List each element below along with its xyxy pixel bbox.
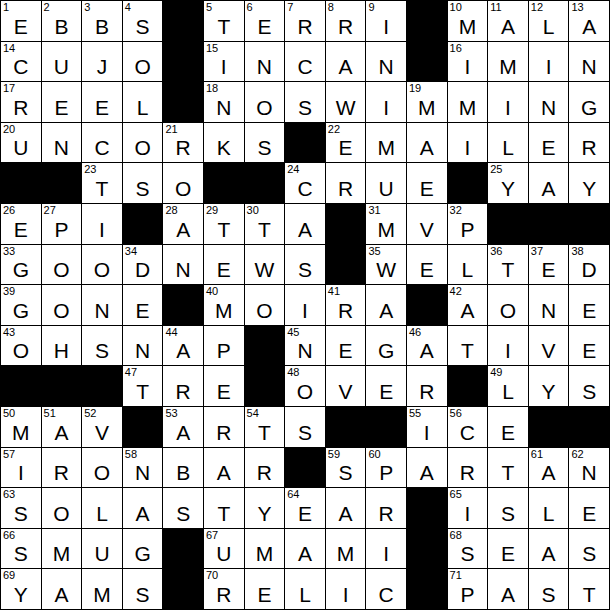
- cell-number: 68: [450, 529, 462, 542]
- cell-r4c13[interactable]: A: [529, 163, 569, 203]
- cell-letter: T: [123, 381, 163, 402]
- cell-r12c2[interactable]: L: [82, 488, 122, 528]
- cell-r5c7[interactable]: A: [285, 204, 325, 244]
- cell-r2c12[interactable]: I: [488, 82, 528, 122]
- cell-r3c14[interactable]: R: [569, 123, 609, 163]
- cell-r5c2[interactable]: I: [82, 204, 122, 244]
- cell-letter: S: [82, 340, 122, 361]
- cell-r12c1[interactable]: O: [42, 488, 82, 528]
- cell-letter: M: [448, 97, 488, 118]
- cell-letter: E: [245, 16, 285, 37]
- cell-r13c12[interactable]: E: [488, 529, 528, 569]
- cell-letter: C: [1, 56, 41, 77]
- cell-r2c3[interactable]: L: [123, 82, 163, 122]
- cell-letter: A: [204, 462, 244, 483]
- block-r10c3: [123, 407, 163, 447]
- cell-letter: Y: [488, 178, 528, 199]
- cell-r14c7[interactable]: L: [285, 569, 325, 609]
- cell-r2c1[interactable]: E: [42, 82, 82, 122]
- cell-number: 8: [328, 1, 334, 14]
- cell-r6c12[interactable]: 36T: [488, 245, 528, 285]
- block-r9c0: [1, 366, 41, 406]
- cell-number: 50: [3, 407, 15, 420]
- cell-r11c1[interactable]: R: [42, 448, 82, 488]
- cell-r8c0[interactable]: 43O: [1, 326, 41, 366]
- cell-r8c11[interactable]: T: [448, 326, 488, 366]
- cell-r6c4[interactable]: N: [163, 245, 203, 285]
- cell-letter: S: [285, 422, 325, 443]
- cell-letter: A: [326, 56, 366, 77]
- cell-letter: T: [245, 422, 285, 443]
- cell-r7c9[interactable]: A: [366, 285, 406, 325]
- cell-number: 38: [571, 245, 583, 258]
- cell-letter: O: [245, 300, 285, 321]
- cell-r13c2[interactable]: U: [82, 529, 122, 569]
- cell-letter: P: [42, 219, 82, 240]
- cell-letter: S: [245, 137, 285, 158]
- cell-r7c3[interactable]: E: [123, 285, 163, 325]
- cell-r6c7[interactable]: S: [285, 245, 325, 285]
- cell-letter: I: [448, 137, 488, 158]
- cell-letter: E: [123, 300, 163, 321]
- cell-number: 30: [247, 204, 259, 217]
- cell-r8c5[interactable]: P: [204, 326, 244, 366]
- cell-r0c12[interactable]: 11A: [488, 1, 528, 41]
- cell-r1c12[interactable]: M: [488, 42, 528, 82]
- cell-r8c8[interactable]: E: [326, 326, 366, 366]
- cell-letter: M: [488, 56, 528, 77]
- cell-letter: V: [82, 422, 122, 443]
- cell-r12c9[interactable]: R: [366, 488, 406, 528]
- cell-r2c7[interactable]: S: [285, 82, 325, 122]
- cell-r0c6[interactable]: 6E: [245, 1, 285, 41]
- cell-r13c1[interactable]: M: [42, 529, 82, 569]
- cell-letter: A: [488, 16, 528, 37]
- cell-r1c1[interactable]: U: [42, 42, 82, 82]
- cell-r10c6[interactable]: 54T: [245, 407, 285, 447]
- cell-r11c3[interactable]: 58N: [123, 448, 163, 488]
- cell-r9c3[interactable]: 47T: [123, 366, 163, 406]
- cell-r7c8[interactable]: 41R: [326, 285, 366, 325]
- block-r7c10: [407, 285, 447, 325]
- cell-r6c13[interactable]: 37E: [529, 245, 569, 285]
- cell-r7c6[interactable]: O: [245, 285, 285, 325]
- block-r0c10: [407, 1, 447, 41]
- cell-r11c8[interactable]: 59S: [326, 448, 366, 488]
- cell-number: 51: [44, 407, 56, 420]
- cell-letter: A: [407, 462, 447, 483]
- cell-number: 24: [287, 163, 299, 176]
- cell-r1c6[interactable]: N: [245, 42, 285, 82]
- cell-r6c1[interactable]: O: [42, 245, 82, 285]
- cell-letter: R: [204, 584, 244, 605]
- cell-r0c1[interactable]: 2B: [42, 1, 82, 41]
- block-r10c13: [529, 407, 569, 447]
- cell-letter: A: [569, 16, 609, 37]
- cell-r0c2[interactable]: 3B: [82, 1, 122, 41]
- cell-letter: A: [366, 300, 406, 321]
- cell-r14c11[interactable]: 71P: [448, 569, 488, 609]
- cell-r1c0[interactable]: 14C: [1, 42, 41, 82]
- cell-r12c12[interactable]: S: [488, 488, 528, 528]
- cell-r5c5[interactable]: 29T: [204, 204, 244, 244]
- cell-number: 1: [3, 1, 9, 14]
- cell-r10c4[interactable]: 53A: [163, 407, 203, 447]
- cell-r14c14[interactable]: T: [569, 569, 609, 609]
- cell-r7c1[interactable]: O: [42, 285, 82, 325]
- cell-r11c2[interactable]: O: [82, 448, 122, 488]
- cell-letter: N: [569, 462, 609, 483]
- cell-r11c10[interactable]: A: [407, 448, 447, 488]
- cell-r13c13[interactable]: A: [529, 529, 569, 569]
- cell-r11c4[interactable]: B: [163, 448, 203, 488]
- cell-r6c3[interactable]: 34D: [123, 245, 163, 285]
- cell-number: 61: [531, 448, 543, 461]
- cell-r12c13[interactable]: L: [529, 488, 569, 528]
- cell-r5c11[interactable]: 32P: [448, 204, 488, 244]
- cell-r12c11[interactable]: 65I: [448, 488, 488, 528]
- cell-r11c11[interactable]: R: [448, 448, 488, 488]
- cell-r2c13[interactable]: N: [529, 82, 569, 122]
- cell-letter: O: [82, 259, 122, 280]
- cell-r2c14[interactable]: G: [569, 82, 609, 122]
- cell-letter: D: [569, 259, 609, 280]
- cell-r14c2[interactable]: M: [82, 569, 122, 609]
- cell-r10c0[interactable]: 50M: [1, 407, 41, 447]
- cell-r4c12[interactable]: 25Y: [488, 163, 528, 203]
- cell-r1c5[interactable]: 15I: [204, 42, 244, 82]
- block-r9c6: [245, 366, 285, 406]
- block-r10c14: [569, 407, 609, 447]
- cell-letter: S: [285, 259, 325, 280]
- cell-r4c4[interactable]: O: [163, 163, 203, 203]
- cell-r13c5[interactable]: 67U: [204, 529, 244, 569]
- cell-number: 22: [328, 123, 340, 136]
- cell-r2c8[interactable]: W: [326, 82, 366, 122]
- cell-r8c10[interactable]: 46A: [407, 326, 447, 366]
- cell-r1c2[interactable]: J: [82, 42, 122, 82]
- cell-r3c2[interactable]: C: [82, 123, 122, 163]
- cell-number: 10: [450, 1, 462, 14]
- cell-r8c7[interactable]: 45N: [285, 326, 325, 366]
- cell-r8c3[interactable]: N: [123, 326, 163, 366]
- cell-r3c6[interactable]: S: [245, 123, 285, 163]
- block-r11c7: [285, 448, 325, 488]
- cell-r1c14[interactable]: N: [569, 42, 609, 82]
- cell-letter: M: [326, 543, 366, 564]
- cell-r9c10[interactable]: R: [407, 366, 447, 406]
- cell-r2c2[interactable]: E: [82, 82, 122, 122]
- cell-r4c2[interactable]: 23T: [82, 163, 122, 203]
- cell-r5c6[interactable]: 30T: [245, 204, 285, 244]
- block-r1c4: [163, 42, 203, 82]
- cell-r10c5[interactable]: R: [204, 407, 244, 447]
- cell-r14c13[interactable]: S: [529, 569, 569, 609]
- cell-letter: M: [82, 584, 122, 605]
- cell-r4c8[interactable]: R: [326, 163, 366, 203]
- cell-r14c0[interactable]: 69Y: [1, 569, 41, 609]
- cell-r12c7[interactable]: 64E: [285, 488, 325, 528]
- cell-letter: O: [245, 97, 285, 118]
- cell-number: 40: [206, 285, 218, 298]
- cell-letter: P: [204, 340, 244, 361]
- cell-letter: I: [407, 422, 447, 443]
- cell-r13c6[interactable]: M: [245, 529, 285, 569]
- cell-r9c14[interactable]: S: [569, 366, 609, 406]
- cell-r7c0[interactable]: 39G: [1, 285, 41, 325]
- cell-r5c4[interactable]: 28A: [163, 204, 203, 244]
- cell-r11c14[interactable]: 62N: [569, 448, 609, 488]
- cell-r7c5[interactable]: 40M: [204, 285, 244, 325]
- cell-letter: V: [326, 381, 366, 402]
- cell-number: 69: [3, 569, 15, 582]
- cell-r5c1[interactable]: 27P: [42, 204, 82, 244]
- cell-r3c3[interactable]: O: [123, 123, 163, 163]
- cell-r0c9[interactable]: 9I: [366, 1, 406, 41]
- cell-r11c9[interactable]: 60P: [366, 448, 406, 488]
- cell-r8c4[interactable]: 44A: [163, 326, 203, 366]
- cell-letter: A: [42, 422, 82, 443]
- cell-r2c9[interactable]: I: [366, 82, 406, 122]
- cell-letter: I: [488, 340, 528, 361]
- cell-r5c10[interactable]: V: [407, 204, 447, 244]
- cell-r3c8[interactable]: 22E: [326, 123, 366, 163]
- cell-letter: P: [448, 584, 488, 605]
- cell-letter: L: [448, 259, 488, 280]
- cell-r1c11[interactable]: 16I: [448, 42, 488, 82]
- cell-r11c12[interactable]: T: [488, 448, 528, 488]
- cell-letter: N: [529, 300, 569, 321]
- cell-number: 36: [490, 245, 502, 258]
- cell-r7c2[interactable]: N: [82, 285, 122, 325]
- cell-letter: E: [569, 300, 609, 321]
- cell-r6c11[interactable]: L: [448, 245, 488, 285]
- block-r5c12: [488, 204, 528, 244]
- cell-r14c6[interactable]: E: [245, 569, 285, 609]
- cell-r14c12[interactable]: A: [488, 569, 528, 609]
- cell-letter: I: [326, 584, 366, 605]
- cell-r1c9[interactable]: N: [366, 42, 406, 82]
- cell-r0c3[interactable]: 4S: [123, 1, 163, 41]
- cell-r14c1[interactable]: A: [42, 569, 82, 609]
- cell-letter: A: [326, 503, 366, 524]
- cell-number: 63: [3, 488, 15, 501]
- cell-letter: C: [285, 178, 325, 199]
- cell-r3c10[interactable]: A: [407, 123, 447, 163]
- cell-number: 31: [368, 204, 380, 217]
- cell-r3c9[interactable]: M: [366, 123, 406, 163]
- cell-r10c11[interactable]: 56C: [448, 407, 488, 447]
- cell-letter: Y: [1, 584, 41, 605]
- cell-r12c0[interactable]: 63S: [1, 488, 41, 528]
- cell-r2c11[interactable]: M: [448, 82, 488, 122]
- cell-letter: E: [245, 584, 285, 605]
- cell-r0c8[interactable]: 8R: [326, 1, 366, 41]
- cell-r14c9[interactable]: C: [366, 569, 406, 609]
- cell-r3c11[interactable]: I: [448, 123, 488, 163]
- cell-r1c8[interactable]: A: [326, 42, 366, 82]
- cell-r1c3[interactable]: O: [123, 42, 163, 82]
- cell-r8c14[interactable]: E: [569, 326, 609, 366]
- cell-letter: R: [326, 178, 366, 199]
- cell-number: 43: [3, 326, 15, 339]
- cell-letter: S: [285, 97, 325, 118]
- cell-number: 27: [44, 204, 56, 217]
- cell-letter: H: [42, 340, 82, 361]
- cell-letter: E: [569, 340, 609, 361]
- cell-number: 2: [44, 1, 50, 14]
- cell-r7c14[interactable]: E: [569, 285, 609, 325]
- cell-letter: I: [448, 56, 488, 77]
- cell-r9c5[interactable]: E: [204, 366, 244, 406]
- cell-letter: W: [245, 259, 285, 280]
- cell-number: 57: [3, 448, 15, 461]
- cell-r14c8[interactable]: I: [326, 569, 366, 609]
- cell-r3c4[interactable]: 21R: [163, 123, 203, 163]
- cell-r13c3[interactable]: G: [123, 529, 163, 569]
- cell-r14c5[interactable]: 70R: [204, 569, 244, 609]
- cell-r2c0[interactable]: 17R: [1, 82, 41, 122]
- cell-r6c10[interactable]: E: [407, 245, 447, 285]
- cell-r5c9[interactable]: 31M: [366, 204, 406, 244]
- cell-r4c10[interactable]: E: [407, 163, 447, 203]
- cell-r9c8[interactable]: V: [326, 366, 366, 406]
- cell-r12c8[interactable]: A: [326, 488, 366, 528]
- cell-r9c12[interactable]: 49L: [488, 366, 528, 406]
- cell-letter: P: [366, 462, 406, 483]
- cell-r6c6[interactable]: W: [245, 245, 285, 285]
- cell-r9c9[interactable]: E: [366, 366, 406, 406]
- cell-r9c7[interactable]: 48O: [285, 366, 325, 406]
- cell-r9c13[interactable]: Y: [529, 366, 569, 406]
- cell-r0c13[interactable]: 12L: [529, 1, 569, 41]
- cell-letter: I: [82, 219, 122, 240]
- cell-letter: R: [285, 16, 325, 37]
- cell-r0c11[interactable]: 10M: [448, 1, 488, 41]
- cell-r3c5[interactable]: K: [204, 123, 244, 163]
- cell-r2c5[interactable]: 18N: [204, 82, 244, 122]
- crossword-grid: 1E2B3B4S5T6E7R8R9I10M11A12L13A14CUJO15IN…: [0, 0, 610, 610]
- cell-r13c9[interactable]: I: [366, 529, 406, 569]
- cell-letter: G: [1, 300, 41, 321]
- cell-r0c5[interactable]: 5T: [204, 1, 244, 41]
- cell-letter: B: [82, 16, 122, 37]
- cell-letter: R: [42, 462, 82, 483]
- cell-r6c0[interactable]: 33G: [1, 245, 41, 285]
- cell-r11c6[interactable]: R: [245, 448, 285, 488]
- cell-r10c10[interactable]: 55I: [407, 407, 447, 447]
- cell-r11c13[interactable]: 61A: [529, 448, 569, 488]
- cell-r13c14[interactable]: S: [569, 529, 609, 569]
- cell-letter: N: [366, 56, 406, 77]
- block-r1c10: [407, 42, 447, 82]
- cell-letter: Y: [569, 178, 609, 199]
- cell-r1c13[interactable]: I: [529, 42, 569, 82]
- cell-r7c13[interactable]: N: [529, 285, 569, 325]
- cell-letter: N: [569, 56, 609, 77]
- cell-r8c13[interactable]: V: [529, 326, 569, 366]
- block-r13c10: [407, 529, 447, 569]
- cell-letter: O: [123, 137, 163, 158]
- cell-r8c9[interactable]: G: [366, 326, 406, 366]
- cell-letter: D: [123, 259, 163, 280]
- cell-number: 55: [409, 407, 421, 420]
- cell-r12c3[interactable]: A: [123, 488, 163, 528]
- block-r5c3: [123, 204, 163, 244]
- cell-r6c9[interactable]: 35W: [366, 245, 406, 285]
- cell-r10c2[interactable]: 52V: [82, 407, 122, 447]
- cell-r12c4[interactable]: S: [163, 488, 203, 528]
- cell-r8c1[interactable]: H: [42, 326, 82, 366]
- cell-letter: I: [488, 97, 528, 118]
- cell-letter: R: [326, 16, 366, 37]
- cell-r14c3[interactable]: S: [123, 569, 163, 609]
- cell-letter: N: [285, 340, 325, 361]
- cell-r3c1[interactable]: N: [42, 123, 82, 163]
- cell-r0c0[interactable]: 1E: [1, 1, 41, 41]
- cell-r0c14[interactable]: 13A: [569, 1, 609, 41]
- cell-number: 13: [571, 1, 583, 14]
- cell-r10c1[interactable]: 51A: [42, 407, 82, 447]
- cell-r6c2[interactable]: O: [82, 245, 122, 285]
- cell-r3c0[interactable]: 20U: [1, 123, 41, 163]
- cell-letter: S: [123, 16, 163, 37]
- cell-number: 71: [450, 569, 462, 582]
- cell-r4c7[interactable]: 24C: [285, 163, 325, 203]
- cell-r4c9[interactable]: U: [366, 163, 406, 203]
- cell-r10c7[interactable]: S: [285, 407, 325, 447]
- cell-r13c7[interactable]: A: [285, 529, 325, 569]
- block-r12c10: [407, 488, 447, 528]
- cell-r13c0[interactable]: 66S: [1, 529, 41, 569]
- cell-r3c12[interactable]: L: [488, 123, 528, 163]
- cell-r12c14[interactable]: E: [569, 488, 609, 528]
- cell-r9c4[interactable]: R: [163, 366, 203, 406]
- cell-r8c12[interactable]: I: [488, 326, 528, 366]
- cell-letter: I: [285, 300, 325, 321]
- cell-letter: E: [285, 503, 325, 524]
- cell-r2c6[interactable]: O: [245, 82, 285, 122]
- cell-r3c13[interactable]: E: [529, 123, 569, 163]
- cell-letter: T: [488, 462, 528, 483]
- cell-r11c0[interactable]: 57I: [1, 448, 41, 488]
- cell-r1c7[interactable]: C: [285, 42, 325, 82]
- cell-r13c11[interactable]: 68S: [448, 529, 488, 569]
- cell-letter: V: [529, 340, 569, 361]
- cell-letter: R: [407, 381, 447, 402]
- cell-r12c5[interactable]: T: [204, 488, 244, 528]
- cell-letter: R: [163, 137, 203, 158]
- cell-r11c5[interactable]: A: [204, 448, 244, 488]
- cell-r4c3[interactable]: S: [123, 163, 163, 203]
- cell-r7c12[interactable]: O: [488, 285, 528, 325]
- cell-r5c0[interactable]: 26E: [1, 204, 41, 244]
- cell-r6c5[interactable]: E: [204, 245, 244, 285]
- cell-r2c10[interactable]: 19M: [407, 82, 447, 122]
- cell-r0c7[interactable]: 7R: [285, 1, 325, 41]
- cell-r7c7[interactable]: I: [285, 285, 325, 325]
- cell-r12c6[interactable]: Y: [245, 488, 285, 528]
- cell-r10c12[interactable]: E: [488, 407, 528, 447]
- cell-r13c8[interactable]: M: [326, 529, 366, 569]
- cell-r8c2[interactable]: S: [82, 326, 122, 366]
- cell-number: 62: [571, 448, 583, 461]
- cell-r7c11[interactable]: 42A: [448, 285, 488, 325]
- cell-letter: A: [529, 178, 569, 199]
- cell-number: 16: [450, 42, 462, 55]
- cell-r6c14[interactable]: 38D: [569, 245, 609, 285]
- cell-r4c14[interactable]: Y: [569, 163, 609, 203]
